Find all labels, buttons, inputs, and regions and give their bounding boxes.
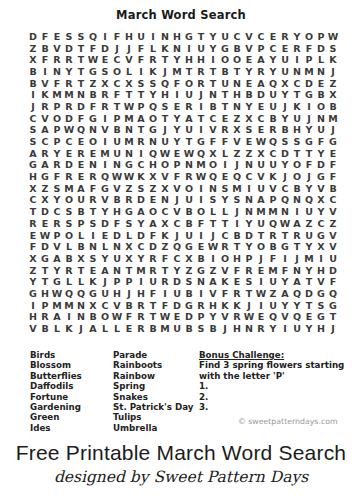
grid-cell-r10c24: G [303,136,315,148]
word-list-item: Fortune [30,392,82,402]
grid-cell-r5c18: N [231,78,243,90]
grid-cell-r1c13: H [171,31,183,43]
grid-cell-r8c5: F [75,113,87,125]
grid-cell-r18c7: E [99,229,111,241]
grid-cell-r19c12: Z [159,241,171,253]
grid-cell-r14c3: S [51,183,63,195]
grid-cell-r11c5: R [75,148,87,160]
grid-cell-r10c22: S [279,136,291,148]
grid-cell-r5c26: Z [327,78,339,90]
grid-cell-r5c8: C [111,78,123,90]
grid-cell-r10c20: W [255,136,267,148]
grid-cell-r17c8: F [111,218,123,230]
word-list-item: Butterflies [30,371,82,381]
grid-cell-r24c22: Y [279,299,291,311]
word-list-item: St. Patrick's Day [113,402,193,412]
grid-cell-r24c26: G [327,299,339,311]
grid-cell-r15c16: S [207,194,219,206]
grid-cell-r10c15: G [195,136,207,148]
grid-cell-r6c7: R [99,89,111,101]
grid-cell-r16c4: S [63,206,75,218]
grid-cell-r20c19: P [243,253,255,265]
grid-cell-r17c17: T [219,218,231,230]
grid-cell-r25c5: N [75,311,87,323]
grid-cell-r5c9: X [123,78,135,90]
grid-cell-r3c13: Y [171,54,183,66]
grid-cell-r11c9: N [123,148,135,160]
grid-cell-r16c2: D [39,206,51,218]
grid-cell-r4c8: O [111,66,123,78]
grid-cell-r17c21: Q [267,218,279,230]
grid-cell-r10c9: M [123,136,135,148]
grid-cell-r12c11: H [147,159,159,171]
grid-cell-r25c21: Q [267,311,279,323]
grid-cell-r6c3: M [51,89,63,101]
grid-cell-r4c13: M [171,66,183,78]
word-search-page: March Word Search DFESSQIFHUINHGTYUCVCER… [0,0,362,500]
grid-cell-r15c3: Y [51,194,63,206]
word-list-item: Tulips [113,412,193,422]
grid-cell-r1c15: T [195,31,207,43]
grid-cell-r10c17: F [219,136,231,148]
grid-cell-r25c19: W [243,311,255,323]
grid-cell-r26c12: M [159,323,171,335]
grid-cell-r16c9: G [123,206,135,218]
grid-cell-r11c14: W [183,148,195,160]
grid-cell-r17c24: Z [303,218,315,230]
grid-cell-r1c25: P [315,31,327,43]
grid-cell-r6c6: B [87,89,99,101]
grid-cell-r23c10: H [135,288,147,300]
grid-cell-r6c2: K [39,89,51,101]
grid-cell-r21c14: Z [183,264,195,276]
grid-cell-r26c24: Y [303,323,315,335]
grid-cell-r20c23: J [291,253,303,265]
grid-cell-r3c18: O [231,54,243,66]
grid-cell-r7c15: I [195,101,207,113]
grid-cell-r9c3: P [51,124,63,136]
grid-cell-r5c19: E [243,78,255,90]
grid-cell-r19c16: W [207,241,219,253]
grid-cell-r18c20: T [255,229,267,241]
grid-cell-r2c9: J [123,43,135,55]
grid-cell-r25c24: E [303,311,315,323]
grid-cell-r20c5: X [75,253,87,265]
grid-cell-r18c8: D [111,229,123,241]
grid-cell-r22c23: A [291,276,303,288]
grid-cell-r22c25: V [315,276,327,288]
grid-cell-r18c26: V [327,229,339,241]
grid-cell-r6c22: Y [279,89,291,101]
grid-cell-r17c1: R [27,218,39,230]
grid-cell-r3c19: E [243,54,255,66]
grid-cell-r1c23: Y [291,31,303,43]
grid-cell-r5c5: T [75,78,87,90]
grid-cell-r18c25: G [315,229,327,241]
grid-cell-r4c7: S [99,66,111,78]
grid-cell-r4c24: M [303,66,315,78]
grid-cell-r6c13: I [171,89,183,101]
grid-cell-r25c20: E [255,311,267,323]
grid-cell-r22c18: E [231,276,243,288]
grid-cell-r13c16: Q [207,171,219,183]
grid-cell-r13c26: F [327,171,339,183]
grid-cell-r14c22: C [279,183,291,195]
grid-cell-r26c2: B [39,323,51,335]
grid-cell-r14c24: Y [303,183,315,195]
word-list-item: Rainboots [113,360,193,370]
grid-cell-r10c12: U [159,136,171,148]
grid-cell-r25c16: Y [207,311,219,323]
grid-cell-r23c7: U [99,288,111,300]
grid-cell-r11c4: E [63,148,75,160]
word-list-item: Blossom [30,360,82,370]
grid-cell-r21c18: F [231,264,243,276]
grid-cell-r11c7: M [99,148,111,160]
grid-cell-r25c6: B [87,311,99,323]
grid-cell-r16c26: V [327,206,339,218]
grid-cell-r10c21: Q [267,136,279,148]
grid-cell-r11c23: T [291,148,303,160]
grid-cell-r2c17: G [219,43,231,55]
grid-cell-r17c9: S [123,218,135,230]
grid-cell-r22c13: D [171,276,183,288]
grid-cell-r8c18: Z [231,113,243,125]
grid-cell-r18c22: T [279,229,291,241]
bonus-blank-line: 3. [199,402,351,412]
grid-cell-r24c14: G [183,299,195,311]
word-list-item: Snakes [113,392,193,402]
grid-cell-r9c1: S [27,124,39,136]
grid-cell-r15c7: V [99,194,111,206]
grid-cell-r17c5: P [75,218,87,230]
grid-cell-r2c3: V [51,43,63,55]
grid-cell-r13c14: R [183,171,195,183]
grid-cell-r4c6: G [87,66,99,78]
grid-cell-r25c8: W [111,311,123,323]
grid-cell-r8c26: M [327,113,339,125]
grid-cell-r21c1: Z [27,264,39,276]
grid-cell-r18c13: J [171,229,183,241]
word-list-item: Rainbow [113,371,193,381]
grid-cell-r12c19: N [243,159,255,171]
grid-cell-r21c22: F [279,264,291,276]
grid-cell-r1c5: S [75,31,87,43]
grid-cell-r13c3: F [51,171,63,183]
footer-subtitle: designed by Sweet Pattern Days [0,466,362,488]
grid-cell-r21c5: T [75,264,87,276]
grid-cell-r12c22: Y [279,159,291,171]
grid-cell-r5c7: X [99,78,111,90]
grid-cell-r12c6: N [87,159,99,171]
grid-cell-r22c22: Y [279,276,291,288]
grid-cell-r7c25: O [315,101,327,113]
grid-cell-r16c5: B [75,206,87,218]
grid-cell-r26c6: A [87,323,99,335]
grid-cell-r19c11: D [147,241,159,253]
grid-cell-r22c9: P [123,276,135,288]
grid-cell-r10c2: C [39,136,51,148]
grid-cell-r13c17: E [219,171,231,183]
grid-cell-r25c2: R [39,311,51,323]
grid-cell-r16c1: T [27,206,39,218]
grid-cell-r15c13: J [171,194,183,206]
grid-cell-r6c24: G [303,89,315,101]
grid-cell-r8c11: O [147,113,159,125]
grid-cell-r10c23: S [291,136,303,148]
grid-cell-r13c9: W [123,171,135,183]
grid-cell-r3c21: Y [267,54,279,66]
grid-cell-r21c7: A [99,264,111,276]
grid-cell-r18c11: F [147,229,159,241]
grid-cell-r13c6: R [87,171,99,183]
grid-cell-r21c26: D [327,264,339,276]
grid-cell-r25c12: W [159,311,171,323]
grid-cell-r6c4: M [63,89,75,101]
grid-cell-r15c2: X [39,194,51,206]
grid-cell-r24c8: V [111,299,123,311]
grid-cell-r1c10: U [135,31,147,43]
grid-cell-r14c25: V [315,183,327,195]
grid-cell-r26c10: R [135,323,147,335]
grid-cell-r8c24: J [303,113,315,125]
grid-cell-r2c12: K [159,43,171,55]
grid-cell-r24c2: P [39,299,51,311]
grid-cell-r3c3: R [51,54,63,66]
grid-cell-r13c12: V [159,171,171,183]
grid-cell-r21c21: M [267,264,279,276]
grid-cell-r17c19: Y [243,218,255,230]
grid-cell-r18c24: U [303,229,315,241]
grid-cell-r14c21: V [267,183,279,195]
grid-cell-r26c22: I [279,323,291,335]
grid-cell-r11c19: Z [243,148,255,160]
grid-cell-r3c17: O [219,54,231,66]
grid-cell-r21c19: R [243,264,255,276]
grid-cell-r16c23: I [291,206,303,218]
grid-cell-r13c21: K [267,171,279,183]
grid-cell-r26c1: V [27,323,39,335]
grid-cell-r9c14: U [183,124,195,136]
grid-cell-r6c8: F [111,89,123,101]
grid-cell-r6c17: T [219,89,231,101]
grid-cell-r22c10: I [135,276,147,288]
grid-cell-r14c15: I [195,183,207,195]
grid-cell-r14c8: V [111,183,123,195]
grid-cell-r24c11: T [147,299,159,311]
grid-cell-r1c21: E [267,31,279,43]
grid-cell-r22c16: A [207,276,219,288]
grid-cell-r24c19: J [243,299,255,311]
grid-cell-r14c10: S [135,183,147,195]
grid-cell-r8c7: I [99,113,111,125]
grid-cell-r10c10: R [135,136,147,148]
bonus-blank-line: 2. [199,392,351,402]
grid-cell-r10c5: E [75,136,87,148]
copyright-line: © sweetpatterndays.com [238,417,338,426]
grid-cell-r11c13: E [171,148,183,160]
grid-cell-r5c20: A [255,78,267,90]
grid-cell-r21c6: E [87,264,99,276]
grid-cell-r4c26: J [327,66,339,78]
grid-cell-r14c2: Z [39,183,51,195]
grid-cell-r20c14: X [183,253,195,265]
grid-cell-r7c21: U [267,101,279,113]
grid-cell-r7c3: P [51,101,63,113]
grid-cell-r7c14: R [183,101,195,113]
grid-cell-r26c21: Y [267,323,279,335]
grid-cell-r17c6: S [87,218,99,230]
grid-cell-r16c25: Y [315,206,327,218]
grid-cell-r12c1: G [27,159,39,171]
grid-cell-r8c21: B [267,113,279,125]
grid-cell-r13c11: X [147,171,159,183]
grid-cell-r18c6: I [87,229,99,241]
grid-cell-r14c18: M [231,183,243,195]
grid-cell-r24c15: R [195,299,207,311]
grid-cell-r23c6: G [87,288,99,300]
grid-cell-r23c11: F [147,288,159,300]
grid-cell-r12c10: C [135,159,147,171]
grid-cell-r19c21: B [267,241,279,253]
grid-cell-r16c21: M [267,206,279,218]
grid-cell-r25c4: I [63,311,75,323]
grid-cell-r4c25: N [315,66,327,78]
grid-cell-r4c12: J [159,66,171,78]
grid-cell-r19c15: E [195,241,207,253]
grid-cell-r7c19: Y [243,101,255,113]
grid-cell-r16c22: N [279,206,291,218]
grid-cell-r11c17: L [219,148,231,160]
grid-cell-r5c13: F [171,78,183,90]
grid-cell-r26c16: B [207,323,219,335]
grid-cell-r13c2: G [39,171,51,183]
grid-cell-r2c20: P [255,43,267,55]
grid-cell-r16c17: L [219,206,231,218]
grid-cell-r22c3: G [51,276,63,288]
grid-cell-r16c8: H [111,206,123,218]
grid-cell-r13c24: J [303,171,315,183]
grid-cell-r20c6: S [87,253,99,265]
grid-cell-r7c20: E [255,101,267,113]
grid-cell-r16c18: J [231,206,243,218]
grid-cell-r17c26: Z [327,218,339,230]
grid-cell-r16c11: O [147,206,159,218]
grid-cell-r17c3: R [51,218,63,230]
grid-cell-r2c25: D [315,43,327,55]
grid-cell-r12c24: F [303,159,315,171]
grid-cell-r3c11: R [147,54,159,66]
grid-cell-r10c25: F [315,136,327,148]
grid-cell-r7c24: I [303,101,315,113]
grid-cell-r23c2: H [39,288,51,300]
grid-cell-r22c4: L [63,276,75,288]
grid-cell-r15c14: U [183,194,195,206]
grid-cell-r14c16: N [207,183,219,195]
grid-cell-r23c21: Z [267,288,279,300]
grid-cell-r24c20: I [255,299,267,311]
grid-cell-r2c8: J [111,43,123,55]
word-list-item: Birds [30,350,82,360]
bonus-blank-line: 1. [199,381,351,391]
grid-cell-r13c20: V [255,171,267,183]
grid-cell-r7c6: F [87,101,99,113]
grid-cell-r9c9: N [123,124,135,136]
grid-cell-r19c13: Q [171,241,183,253]
grid-cell-r23c20: W [255,288,267,300]
grid-cell-r19c23: T [291,241,303,253]
grid-cell-r26c7: L [99,323,111,335]
grid-cell-r7c17: T [219,101,231,113]
grid-cell-r9c24: Y [303,124,315,136]
grid-cell-r5c12: Q [159,78,171,90]
grid-cell-r23c12: I [159,288,171,300]
grid-cell-r25c18: R [231,311,243,323]
grid-cell-r1c18: C [231,31,243,43]
grid-cell-r19c18: T [231,241,243,253]
grid-cell-r15c19: N [243,194,255,206]
grid-cell-r19c19: Y [243,241,255,253]
grid-cell-r9c18: X [231,124,243,136]
grid-cell-r18c12: K [159,229,171,241]
grid-cell-r19c17: R [219,241,231,253]
grid-cell-r10c6: O [87,136,99,148]
grid-cell-r4c5: T [75,66,87,78]
grid-cell-r25c3: A [51,311,63,323]
grid-cell-r11c1: A [27,148,39,160]
grid-cell-r23c3: W [51,288,63,300]
grid-cell-r19c7: L [99,241,111,253]
grid-cell-r23c16: V [207,288,219,300]
grid-cell-r17c20: U [255,218,267,230]
grid-cell-r9c20: E [255,124,267,136]
grid-cell-r6c5: N [75,89,87,101]
grid-cell-r20c1: X [27,253,39,265]
grid-cell-r17c22: W [279,218,291,230]
grid-cell-r7c22: J [279,101,291,113]
bonus-blanks: 1.2.3. [199,381,351,412]
grid-cell-r18c18: B [231,229,243,241]
grid-cell-r23c13: U [171,288,183,300]
grid-cell-r18c14: U [183,229,195,241]
grid-cell-r8c9: M [123,113,135,125]
grid-cell-r10c7: I [99,136,111,148]
grid-cell-r13c8: W [111,171,123,183]
grid-cell-r26c25: H [315,323,327,335]
grid-cell-r10c8: U [111,136,123,148]
grid-cell-r10c3: P [51,136,63,148]
grid-cell-r24c3: M [51,299,63,311]
grid-cell-r24c25: S [315,299,327,311]
grid-cell-r22c1: Y [27,276,39,288]
grid-cell-r12c17: I [219,159,231,171]
grid-cell-r26c17: J [219,323,231,335]
grid-cell-r7c10: P [135,101,147,113]
grid-cell-r13c25: G [315,171,327,183]
grid-cell-r17c18: I [231,218,243,230]
grid-cell-r25c14: D [183,311,195,323]
grid-cell-r7c9: W [123,101,135,113]
grid-cell-r21c11: R [147,264,159,276]
grid-cell-r14c7: G [99,183,111,195]
grid-cell-r23c14: B [183,288,195,300]
grid-cell-r1c8: F [111,31,123,43]
grid-cell-r15c10: D [135,194,147,206]
grid-cell-r17c11: A [147,218,159,230]
grid-cell-r24c17: K [219,299,231,311]
grid-cell-r25c11: T [147,311,159,323]
grid-cell-r1c4: S [63,31,75,43]
